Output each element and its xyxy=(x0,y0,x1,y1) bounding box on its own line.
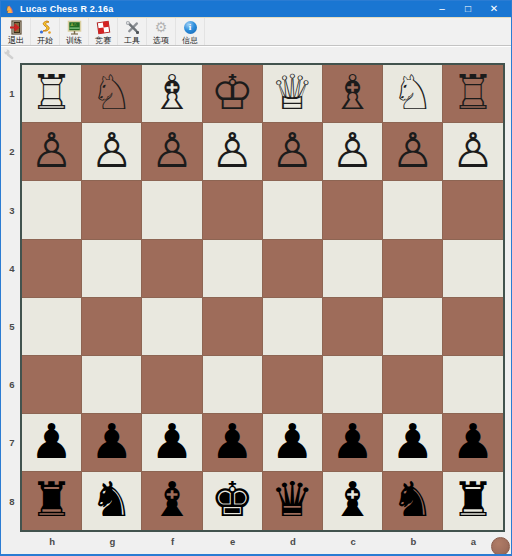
square-e4[interactable] xyxy=(203,240,262,297)
piece-white-queen[interactable]: ♕ xyxy=(271,65,314,121)
square-b3[interactable] xyxy=(383,181,442,238)
turn-indicator-dot xyxy=(491,537,510,556)
rank-label-6: 6 xyxy=(6,379,18,390)
toolbar-button-label: 竞赛 xyxy=(95,36,111,45)
file-label-c: c xyxy=(343,536,363,547)
piece-white-rook[interactable]: ♖ xyxy=(30,65,73,121)
piece-white-pawn[interactable]: ♙ xyxy=(451,123,494,179)
square-a1[interactable]: ♖ xyxy=(443,65,502,122)
app-logo-icon: ♞ xyxy=(5,4,16,15)
toolbar-button-label: 退出 xyxy=(8,36,24,45)
toolbar-button-label: 训练 xyxy=(66,36,82,45)
square-f8[interactable]: ♝ xyxy=(142,472,201,529)
piece-white-pawn[interactable]: ♙ xyxy=(331,123,374,179)
piece-black-bishop[interactable]: ♝ xyxy=(331,472,374,528)
toolbar-button-label: 开始 xyxy=(37,36,53,45)
square-f1[interactable]: ♗ xyxy=(142,65,201,122)
toolbar-button-6[interactable]: ⚙选项 xyxy=(147,18,176,45)
piece-white-knight[interactable]: ♘ xyxy=(391,65,434,121)
square-d7[interactable]: ♟ xyxy=(263,414,322,471)
square-f4[interactable] xyxy=(142,240,201,297)
piece-black-bishop[interactable]: ♝ xyxy=(150,472,193,528)
board-panel: ♖♘♗♔♕♗♘♖♙♙♙♙♙♙♙♙♟♟♟♟♟♟♟♟♜♞♝♚♛♝♞♜ 1234567… xyxy=(1,47,511,554)
square-a6[interactable] xyxy=(443,356,502,413)
start-flash-icon xyxy=(38,20,53,35)
window-title: Lucas Chess R 2.16a xyxy=(20,4,113,14)
square-f2[interactable]: ♙ xyxy=(142,123,201,180)
square-c7[interactable]: ♟ xyxy=(323,414,382,471)
toolbar-button-4[interactable]: 竞赛 xyxy=(89,18,118,45)
close-button[interactable]: ✕ xyxy=(481,1,507,17)
square-h4[interactable] xyxy=(22,240,81,297)
square-e1[interactable]: ♔ xyxy=(203,65,262,122)
compete-checker-icon xyxy=(96,20,111,35)
toolbar-button-label: 工具 xyxy=(124,36,140,45)
square-f6[interactable] xyxy=(142,356,201,413)
piece-black-pawn[interactable]: ♟ xyxy=(391,414,434,470)
file-label-e: e xyxy=(223,536,243,547)
piece-black-pawn[interactable]: ♟ xyxy=(211,414,254,470)
square-d4[interactable] xyxy=(263,240,322,297)
title-bar: ♞ Lucas Chess R 2.16a – □ ✕ xyxy=(1,1,511,17)
square-a2[interactable]: ♙ xyxy=(443,123,502,180)
window-controls: – □ ✕ xyxy=(429,1,507,17)
square-g4[interactable] xyxy=(82,240,141,297)
piece-black-pawn[interactable]: ♟ xyxy=(331,414,374,470)
rank-label-2: 2 xyxy=(6,146,18,157)
square-g8[interactable]: ♞ xyxy=(82,472,141,529)
piece-white-bishop[interactable]: ♗ xyxy=(150,65,193,121)
square-g7[interactable]: ♟ xyxy=(82,414,141,471)
tools-icon xyxy=(125,20,140,35)
lucas-chess-window: ♞ Lucas Chess R 2.16a – □ ✕ 退出 开始 ♙♘ 训练 xyxy=(0,0,512,556)
piece-black-pawn[interactable]: ♟ xyxy=(90,414,133,470)
square-b1[interactable]: ♘ xyxy=(383,65,442,122)
piece-black-king[interactable]: ♚ xyxy=(211,472,254,528)
square-f5[interactable] xyxy=(142,298,201,355)
square-a8[interactable]: ♜ xyxy=(443,472,502,529)
piece-white-knight[interactable]: ♘ xyxy=(90,65,133,121)
square-d8[interactable]: ♛ xyxy=(263,472,322,529)
file-label-b: b xyxy=(403,536,423,547)
toolbar-button-5[interactable]: 工具 xyxy=(118,18,147,45)
square-c2[interactable]: ♙ xyxy=(323,123,382,180)
info-icon: i xyxy=(183,20,198,35)
file-label-f: f xyxy=(163,536,183,547)
square-e7[interactable]: ♟ xyxy=(203,414,262,471)
square-f7[interactable]: ♟ xyxy=(142,414,201,471)
square-d5[interactable] xyxy=(263,298,322,355)
toolbar-button-label: 信息 xyxy=(182,36,198,45)
square-b5[interactable] xyxy=(383,298,442,355)
square-b6[interactable] xyxy=(383,356,442,413)
file-label-a: a xyxy=(464,536,484,547)
square-c3[interactable] xyxy=(323,181,382,238)
piece-black-rook[interactable]: ♜ xyxy=(30,472,73,528)
square-e8[interactable]: ♚ xyxy=(203,472,262,529)
square-h2[interactable]: ♙ xyxy=(22,123,81,180)
piece-black-queen[interactable]: ♛ xyxy=(271,472,314,528)
training-board-icon: ♙♘ xyxy=(67,20,82,35)
square-d3[interactable] xyxy=(263,181,322,238)
square-e2[interactable]: ♙ xyxy=(203,123,262,180)
square-h8[interactable]: ♜ xyxy=(22,472,81,529)
rank-label-8: 8 xyxy=(6,496,18,507)
square-b8[interactable]: ♞ xyxy=(383,472,442,529)
square-h5[interactable] xyxy=(22,298,81,355)
piece-white-pawn[interactable]: ♙ xyxy=(90,123,133,179)
toolbar-button-7[interactable]: i信息 xyxy=(176,18,205,45)
square-g6[interactable] xyxy=(82,356,141,413)
square-c4[interactable] xyxy=(323,240,382,297)
square-e6[interactable] xyxy=(203,356,262,413)
piece-black-knight[interactable]: ♞ xyxy=(391,472,434,528)
square-b2[interactable]: ♙ xyxy=(383,123,442,180)
square-c1[interactable]: ♗ xyxy=(323,65,382,122)
square-d2[interactable]: ♙ xyxy=(263,123,322,180)
piece-white-pawn[interactable]: ♙ xyxy=(150,123,193,179)
options-gear-icon: ⚙ xyxy=(154,20,169,35)
chess-board-frame: ♖♘♗♔♕♗♘♖♙♙♙♙♙♙♙♙♟♟♟♟♟♟♟♟♜♞♝♚♛♝♞♜ xyxy=(20,63,505,532)
svg-text:♙♘: ♙♘ xyxy=(70,22,77,27)
chess-board: ♖♘♗♔♕♗♘♖♙♙♙♙♙♙♙♙♟♟♟♟♟♟♟♟♜♞♝♚♛♝♞♜ xyxy=(22,65,503,530)
minimize-button[interactable]: – xyxy=(429,1,455,17)
rank-label-1: 1 xyxy=(6,88,18,99)
file-label-d: d xyxy=(283,536,303,547)
file-label-h: h xyxy=(42,536,62,547)
toolbar-button-2[interactable]: 开始 xyxy=(31,18,60,45)
square-c5[interactable] xyxy=(323,298,382,355)
piece-black-pawn[interactable]: ♟ xyxy=(150,414,193,470)
square-d6[interactable] xyxy=(263,356,322,413)
piece-black-pawn[interactable]: ♟ xyxy=(451,414,494,470)
toolbar-button-label: 选项 xyxy=(153,36,169,45)
square-a3[interactable] xyxy=(443,181,502,238)
piece-white-pawn[interactable]: ♙ xyxy=(391,123,434,179)
file-label-g: g xyxy=(102,536,122,547)
toolbar-button-1[interactable]: 退出 xyxy=(2,18,31,45)
square-e3[interactable] xyxy=(203,181,262,238)
board-config-wrench-icon[interactable] xyxy=(3,48,17,62)
piece-black-rook[interactable]: ♜ xyxy=(451,472,494,528)
square-a5[interactable] xyxy=(443,298,502,355)
square-g5[interactable] xyxy=(82,298,141,355)
rank-label-4: 4 xyxy=(6,263,18,274)
square-g2[interactable]: ♙ xyxy=(82,123,141,180)
square-a7[interactable]: ♟ xyxy=(443,414,502,471)
rank-label-5: 5 xyxy=(6,321,18,332)
piece-black-pawn[interactable]: ♟ xyxy=(271,414,314,470)
piece-white-pawn[interactable]: ♙ xyxy=(211,123,254,179)
main-toolbar: 退出 开始 ♙♘ 训练 竞赛 工具⚙选项i信息 xyxy=(1,17,511,46)
piece-white-pawn[interactable]: ♙ xyxy=(30,123,73,179)
rank-label-3: 3 xyxy=(6,205,18,216)
square-h1[interactable]: ♖ xyxy=(22,65,81,122)
piece-white-pawn[interactable]: ♙ xyxy=(271,123,314,179)
piece-white-king[interactable]: ♔ xyxy=(211,65,254,121)
rank-label-7: 7 xyxy=(6,437,18,448)
square-c8[interactable]: ♝ xyxy=(323,472,382,529)
piece-black-pawn[interactable]: ♟ xyxy=(30,414,73,470)
square-f3[interactable] xyxy=(142,181,201,238)
piece-white-rook[interactable]: ♖ xyxy=(451,65,494,121)
square-e5[interactable] xyxy=(203,298,262,355)
piece-black-knight[interactable]: ♞ xyxy=(90,472,133,528)
square-h7[interactable]: ♟ xyxy=(22,414,81,471)
square-g3[interactable] xyxy=(82,181,141,238)
square-a4[interactable] xyxy=(443,240,502,297)
piece-white-bishop[interactable]: ♗ xyxy=(331,65,374,121)
square-h3[interactable] xyxy=(22,181,81,238)
square-h6[interactable] xyxy=(22,356,81,413)
square-b4[interactable] xyxy=(383,240,442,297)
exit-door-icon xyxy=(9,20,24,35)
maximize-button[interactable]: □ xyxy=(455,1,481,17)
square-b7[interactable]: ♟ xyxy=(383,414,442,471)
square-g1[interactable]: ♘ xyxy=(82,65,141,122)
square-d1[interactable]: ♕ xyxy=(263,65,322,122)
toolbar-button-3[interactable]: ♙♘ 训练 xyxy=(60,18,89,45)
square-c6[interactable] xyxy=(323,356,382,413)
